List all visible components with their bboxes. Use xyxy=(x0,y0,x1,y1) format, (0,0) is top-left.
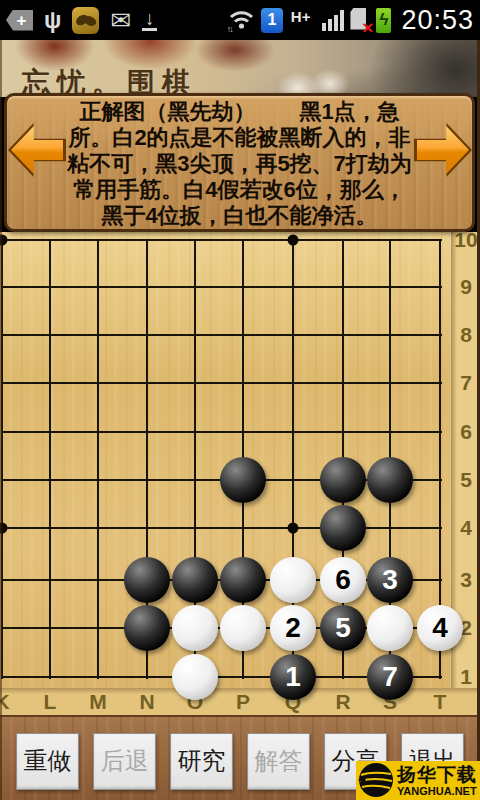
grid-col-M xyxy=(97,239,99,679)
usb-icon: ψ xyxy=(44,9,61,32)
grid-row-10 xyxy=(1,239,442,241)
sim-error-icon: × xyxy=(350,8,370,33)
row-label-9: 9 xyxy=(460,275,472,299)
grid-row-9 xyxy=(1,286,442,288)
col-label-M: M xyxy=(89,690,107,714)
message-icon: ✉ xyxy=(110,8,131,33)
row-label-1: 1 xyxy=(460,665,472,689)
stone-B-R4 xyxy=(320,505,366,551)
button-后退[interactable]: 后退 xyxy=(93,733,156,790)
status-bar: + ψ ✉ ↓ ↑↓ 1 H+ xyxy=(0,0,480,40)
yanghua-watermark: 扬华下载 YANGHUA.NET xyxy=(356,761,480,800)
commentary-panel: 正解图（黑先劫） 黑1点，急所。白2的点是不能被黑断入的，非粘不可，黑3尖顶，再… xyxy=(4,93,475,232)
commentary-line-2: 所。白2的点是不能被黑断入的，非 xyxy=(7,125,472,151)
stone-B-Q1: 1 xyxy=(270,654,316,700)
download-icon: ↓ xyxy=(142,10,157,31)
status-icons-left: + ψ ✉ ↓ xyxy=(6,7,157,34)
stone-W-Q2: 2 xyxy=(270,605,316,651)
row-label-5: 5 xyxy=(460,468,472,492)
row-label-10: 10 xyxy=(454,232,477,252)
commentary-line-5: 黑于4位扳，白也不能净活。 xyxy=(7,203,472,229)
commentary-line-1: 正解图（黑先劫） 黑1点，急 xyxy=(7,99,472,125)
watermark-domain: YANGHUA.NET xyxy=(397,786,477,797)
stone-B-P5 xyxy=(220,457,266,503)
row-label-6: 6 xyxy=(460,420,472,444)
gold-app-icon xyxy=(72,7,99,34)
stone-B-R5 xyxy=(320,457,366,503)
col-label-L: L xyxy=(44,690,57,714)
row-label-4: 4 xyxy=(460,516,472,540)
button-解答[interactable]: 解答 xyxy=(247,733,310,790)
star-point-Q10 xyxy=(288,235,299,246)
header-banner: 忘忧。围棋 xyxy=(0,40,480,97)
button-重做[interactable]: 重做 xyxy=(16,733,79,790)
signal-bars-icon xyxy=(322,9,344,31)
go-board[interactable]: KLMNOPQRST109876543216325417 xyxy=(0,232,480,715)
clock-label: 20:53 xyxy=(401,5,474,36)
grid-col-L xyxy=(49,239,51,679)
col-label-R: R xyxy=(335,690,350,714)
stone-W-O2 xyxy=(172,605,218,651)
stone-W-Q3 xyxy=(270,557,316,603)
stone-B-P3 xyxy=(220,557,266,603)
row-label-3: 3 xyxy=(460,568,472,592)
row-label-7: 7 xyxy=(460,371,472,395)
star-point-Q4 xyxy=(288,523,299,534)
stone-W-T2: 4 xyxy=(417,605,463,651)
stone-W-O1 xyxy=(172,654,218,700)
commentary-text: 正解图（黑先劫） 黑1点，急所。白2的点是不能被黑断入的，非粘不可，黑3尖顶，再… xyxy=(7,99,472,229)
network-type-label: H+ xyxy=(291,8,311,25)
commentary-line-4: 常用手筋。白4假若改6位，那么， xyxy=(7,177,472,203)
stone-W-R3: 6 xyxy=(320,557,366,603)
app-screen: + ψ ✉ ↓ ↑↓ 1 H+ xyxy=(0,0,480,800)
grid-row-8 xyxy=(1,334,442,336)
back-tag-plus-icon: + xyxy=(6,10,33,31)
grid-row-4 xyxy=(1,527,442,529)
battery-charging-icon: ϟ xyxy=(376,8,391,33)
grid-row-6 xyxy=(1,431,442,433)
wifi-icon: ↑↓ xyxy=(228,8,255,32)
col-label-T: T xyxy=(434,690,447,714)
row-label-8: 8 xyxy=(460,323,472,347)
button-研究[interactable]: 研究 xyxy=(170,733,233,790)
col-label-N: N xyxy=(139,690,154,714)
stone-B-N2 xyxy=(124,605,170,651)
wood-frame-left xyxy=(0,40,2,800)
col-label-P: P xyxy=(236,690,250,714)
stone-W-P2 xyxy=(220,605,266,651)
stone-W-S2 xyxy=(367,605,413,651)
next-arrow-button[interactable] xyxy=(414,122,472,178)
watermark-title: 扬华下载 xyxy=(397,765,477,784)
stone-B-S3: 3 xyxy=(367,557,413,603)
yanghua-logo-icon xyxy=(356,761,396,800)
stone-B-R2: 5 xyxy=(320,605,366,651)
stone-B-N3 xyxy=(124,557,170,603)
stone-B-S1: 7 xyxy=(367,654,413,700)
stone-B-O3 xyxy=(172,557,218,603)
sim1-badge: 1 xyxy=(261,8,283,33)
prev-arrow-button[interactable] xyxy=(8,122,66,178)
stone-B-S5 xyxy=(367,457,413,503)
grid-row-7 xyxy=(1,382,442,384)
commentary-line-3: 粘不可，黑3尖顶，再5挖、7打劫为 xyxy=(7,151,472,177)
status-icons-right: ↑↓ 1 H+ × ϟ 20:53 xyxy=(228,5,474,36)
